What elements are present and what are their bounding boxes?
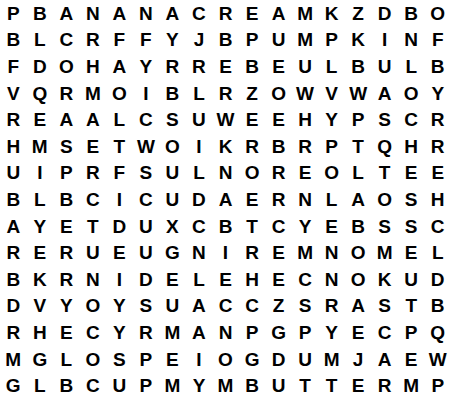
grid-cell[interactable]: M [318,346,345,373]
grid-cell[interactable]: Q [424,319,451,346]
grid-cell[interactable]: L [53,346,80,373]
grid-cell[interactable]: R [133,319,160,346]
grid-cell[interactable]: F [106,160,133,187]
grid-cell[interactable]: E [239,186,266,213]
grid-cell[interactable]: E [345,319,372,346]
grid-cell[interactable]: U [371,53,398,80]
grid-cell[interactable]: P [292,319,319,346]
grid-cell[interactable]: L [424,239,451,266]
grid-cell[interactable]: L [186,160,213,187]
grid-cell[interactable]: G [27,346,54,373]
grid-cell[interactable]: E [212,266,239,293]
grid-cell[interactable]: U [398,266,425,293]
grid-cell[interactable]: O [106,80,133,107]
grid-cell[interactable]: S [371,106,398,133]
grid-cell[interactable]: M [292,239,319,266]
grid-cell[interactable]: E [398,239,425,266]
grid-cell[interactable]: R [239,239,266,266]
grid-cell[interactable]: F [133,27,160,54]
grid-cell[interactable]: B [212,27,239,54]
grid-cell[interactable]: O [424,0,451,27]
grid-cell[interactable]: T [345,133,372,160]
grid-cell[interactable]: E [27,239,54,266]
grid-cell[interactable]: S [53,133,80,160]
word-search-grid: PBANANACREAMKZDBOBLCRFFYJBPUMPKINFFDOHAY… [0,0,451,399]
grid-cell[interactable]: P [318,27,345,54]
grid-cell[interactable]: T [106,133,133,160]
grid-cell[interactable]: U [133,239,160,266]
grid-cell[interactable]: N [398,27,425,54]
grid-cell[interactable]: E [80,133,107,160]
grid-cell[interactable]: D [265,346,292,373]
grid-cell[interactable]: A [53,0,80,27]
grid-cell[interactable]: B [27,0,54,27]
grid-cell[interactable]: E [345,372,372,399]
grid-cell[interactable]: O [371,186,398,213]
grid-cell[interactable]: A [371,80,398,107]
grid-cell[interactable]: S [106,346,133,373]
grid-cell[interactable]: S [398,213,425,240]
grid-cell[interactable]: M [292,27,319,54]
grid-cell[interactable]: O [212,346,239,373]
grid-cell[interactable]: I [212,239,239,266]
grid-cell[interactable]: D [424,266,451,293]
grid-cell[interactable]: E [265,239,292,266]
grid-cell[interactable]: K [345,27,372,54]
grid-cell[interactable]: N [318,266,345,293]
grid-cell[interactable]: H [398,133,425,160]
grid-cell[interactable]: P [0,0,27,27]
grid-cell[interactable]: R [53,239,80,266]
grid-cell[interactable]: I [27,160,54,187]
grid-cell[interactable]: R [292,133,319,160]
grid-cell[interactable]: B [239,372,266,399]
grid-cell[interactable]: M [371,239,398,266]
grid-cell[interactable]: Y [318,106,345,133]
grid-cell[interactable]: A [53,106,80,133]
grid-cell[interactable]: P [424,372,451,399]
grid-cell[interactable]: C [398,106,425,133]
grid-cell[interactable]: P [133,372,160,399]
grid-cell[interactable]: C [133,186,160,213]
grid-cell[interactable]: O [398,80,425,107]
grid-cell[interactable]: L [27,372,54,399]
grid-cell[interactable]: L [345,160,372,187]
grid-cell[interactable]: D [186,186,213,213]
grid-cell[interactable]: F [0,53,27,80]
grid-cell[interactable]: M [0,346,27,373]
grid-cell[interactable]: K [27,266,54,293]
grid-cell[interactable]: L [318,53,345,80]
grid-cell[interactable]: B [424,53,451,80]
grid-cell[interactable]: A [371,346,398,373]
grid-cell[interactable]: Z [239,80,266,107]
grid-cell[interactable]: Z [345,0,372,27]
grid-cell[interactable]: G [159,239,186,266]
grid-cell[interactable]: G [0,372,27,399]
grid-cell[interactable]: A [186,319,213,346]
grid-cell[interactable]: E [212,53,239,80]
grid-cell[interactable]: S [371,213,398,240]
grid-cell[interactable]: H [239,266,266,293]
grid-cell[interactable]: M [159,319,186,346]
grid-cell[interactable]: W [424,346,451,373]
grid-cell[interactable]: E [424,160,451,187]
grid-cell[interactable]: A [212,186,239,213]
grid-cell[interactable]: H [424,186,451,213]
grid-cell[interactable]: O [53,53,80,80]
grid-cell[interactable]: A [106,0,133,27]
grid-cell[interactable]: K [212,133,239,160]
grid-cell[interactable]: U [106,372,133,399]
grid-cell[interactable]: E [265,266,292,293]
grid-cell[interactable]: R [0,319,27,346]
grid-cell[interactable]: M [398,372,425,399]
grid-cell[interactable]: R [80,160,107,187]
grid-cell[interactable]: U [80,239,107,266]
grid-cell[interactable]: U [292,346,319,373]
grid-cell[interactable]: B [0,266,27,293]
grid-cell[interactable]: N [80,266,107,293]
grid-cell[interactable]: I [133,80,160,107]
grid-cell[interactable]: B [159,80,186,107]
grid-cell[interactable]: B [53,372,80,399]
grid-cell[interactable]: O [80,293,107,320]
grid-cell[interactable]: T [80,213,107,240]
grid-cell[interactable]: U [133,213,160,240]
grid-cell[interactable]: E [398,346,425,373]
grid-cell[interactable]: B [265,133,292,160]
grid-cell[interactable]: T [398,293,425,320]
grid-cell[interactable]: L [27,27,54,54]
grid-cell[interactable]: C [133,106,160,133]
grid-cell[interactable]: O [345,266,372,293]
grid-cell[interactable]: Y [27,213,54,240]
grid-cell[interactable]: P [53,160,80,187]
grid-cell[interactable]: C [371,319,398,346]
grid-cell[interactable]: Q [27,80,54,107]
grid-cell[interactable]: T [371,160,398,187]
grid-cell[interactable]: Y [53,293,80,320]
grid-cell[interactable]: O [80,346,107,373]
grid-cell[interactable]: F [424,27,451,54]
grid-cell[interactable]: A [345,186,372,213]
grid-cell[interactable]: M [159,372,186,399]
grid-cell[interactable]: Y [159,27,186,54]
grid-cell[interactable]: J [186,27,213,54]
grid-cell[interactable]: B [239,53,266,80]
grid-cell[interactable]: E [159,266,186,293]
grid-cell[interactable]: I [186,346,213,373]
grid-cell[interactable]: E [318,213,345,240]
grid-cell[interactable]: L [318,186,345,213]
grid-cell[interactable]: M [27,133,54,160]
grid-cell[interactable]: O [345,239,372,266]
grid-cell[interactable]: A [159,0,186,27]
grid-cell[interactable]: C [424,213,451,240]
grid-cell[interactable]: I [186,133,213,160]
grid-cell[interactable]: E [53,213,80,240]
grid-cell[interactable]: N [212,319,239,346]
grid-cell[interactable]: S [371,293,398,320]
grid-cell[interactable]: Z [265,293,292,320]
grid-cell[interactable]: N [133,0,160,27]
grid-cell[interactable]: N [80,0,107,27]
grid-cell[interactable]: V [318,80,345,107]
grid-cell[interactable]: L [106,106,133,133]
grid-cell[interactable]: T [292,372,319,399]
grid-cell[interactable]: A [345,293,372,320]
grid-cell[interactable]: K [371,266,398,293]
grid-cell[interactable]: C [80,186,107,213]
grid-cell[interactable]: D [0,293,27,320]
grid-cell[interactable]: R [186,53,213,80]
grid-cell[interactable]: I [106,186,133,213]
grid-cell[interactable]: C [239,293,266,320]
grid-cell[interactable]: B [53,186,80,213]
grid-cell[interactable]: C [186,0,213,27]
grid-cell[interactable]: E [265,53,292,80]
grid-cell[interactable]: U [159,186,186,213]
grid-cell[interactable]: C [292,266,319,293]
grid-cell[interactable]: R [239,133,266,160]
grid-cell[interactable]: S [159,106,186,133]
grid-cell[interactable]: C [80,372,107,399]
grid-cell[interactable]: R [0,239,27,266]
grid-cell[interactable]: O [159,133,186,160]
grid-cell[interactable]: U [265,372,292,399]
grid-cell[interactable]: B [398,0,425,27]
grid-cell[interactable]: B [424,293,451,320]
grid-cell[interactable]: G [239,346,266,373]
grid-cell[interactable]: A [265,0,292,27]
grid-cell[interactable]: H [0,133,27,160]
grid-cell[interactable]: P [318,133,345,160]
grid-cell[interactable]: E [398,160,425,187]
grid-cell[interactable]: V [27,293,54,320]
grid-cell[interactable]: U [265,27,292,54]
grid-cell[interactable]: P [398,319,425,346]
grid-cell[interactable]: M [292,0,319,27]
grid-cell[interactable]: O [239,160,266,187]
grid-cell[interactable]: B [0,27,27,54]
grid-cell[interactable]: A [106,53,133,80]
grid-cell[interactable]: P [133,346,160,373]
grid-cell[interactable]: B [345,53,372,80]
grid-cell[interactable]: A [80,106,107,133]
grid-cell[interactable]: R [53,266,80,293]
grid-cell[interactable]: Y [106,293,133,320]
grid-cell[interactable]: Y [186,372,213,399]
grid-cell[interactable]: D [133,266,160,293]
grid-cell[interactable]: D [27,53,54,80]
grid-cell[interactable]: R [212,0,239,27]
grid-cell[interactable]: H [292,106,319,133]
grid-cell[interactable]: U [159,293,186,320]
grid-cell[interactable]: R [265,186,292,213]
grid-cell[interactable]: C [53,27,80,54]
grid-cell[interactable]: R [80,27,107,54]
grid-cell[interactable]: Y [318,319,345,346]
grid-cell[interactable]: T [239,213,266,240]
grid-cell[interactable]: N [212,160,239,187]
grid-cell[interactable]: I [371,27,398,54]
grid-cell[interactable]: Y [292,213,319,240]
grid-cell[interactable]: R [53,80,80,107]
grid-cell[interactable]: C [80,319,107,346]
grid-cell[interactable]: C [212,293,239,320]
grid-cell[interactable]: E [292,160,319,187]
grid-cell[interactable]: X [159,213,186,240]
grid-cell[interactable]: O [265,80,292,107]
grid-cell[interactable]: L [186,266,213,293]
grid-cell[interactable]: J [345,346,372,373]
grid-cell[interactable]: P [345,106,372,133]
grid-cell[interactable]: R [0,106,27,133]
grid-cell[interactable]: N [292,186,319,213]
grid-cell[interactable]: W [212,106,239,133]
grid-cell[interactable]: M [212,372,239,399]
grid-cell[interactable]: L [27,186,54,213]
grid-cell[interactable]: W [292,80,319,107]
grid-cell[interactable]: D [371,0,398,27]
grid-cell[interactable]: U [186,106,213,133]
grid-cell[interactable]: E [106,239,133,266]
grid-cell[interactable]: P [239,27,266,54]
grid-cell[interactable]: M [80,80,107,107]
grid-cell[interactable]: S [292,293,319,320]
grid-cell[interactable]: E [159,346,186,373]
grid-cell[interactable]: C [265,213,292,240]
grid-cell[interactable]: E [265,106,292,133]
grid-cell[interactable]: A [0,213,27,240]
grid-cell[interactable]: W [345,80,372,107]
grid-cell[interactable]: R [424,133,451,160]
grid-cell[interactable]: Q [371,133,398,160]
grid-cell[interactable]: Y [106,319,133,346]
grid-cell[interactable]: Y [133,53,160,80]
grid-cell[interactable]: Y [424,80,451,107]
grid-cell[interactable]: H [27,319,54,346]
grid-cell[interactable]: D [106,213,133,240]
grid-cell[interactable]: U [292,53,319,80]
grid-cell[interactable]: G [265,319,292,346]
grid-cell[interactable]: L [398,53,425,80]
grid-cell[interactable]: R [371,372,398,399]
grid-cell[interactable]: C [186,213,213,240]
grid-cell[interactable]: O [318,160,345,187]
grid-cell[interactable]: R [159,53,186,80]
grid-cell[interactable]: E [239,106,266,133]
grid-cell[interactable]: N [318,239,345,266]
grid-cell[interactable]: R [424,106,451,133]
grid-cell[interactable]: L [186,80,213,107]
grid-cell[interactable]: R [318,293,345,320]
grid-cell[interactable]: K [318,0,345,27]
grid-cell[interactable]: S [398,186,425,213]
grid-cell[interactable]: H [80,53,107,80]
grid-cell[interactable]: E [27,106,54,133]
grid-cell[interactable]: U [159,160,186,187]
grid-cell[interactable]: P [239,319,266,346]
grid-cell[interactable]: R [212,80,239,107]
grid-cell[interactable]: B [0,186,27,213]
grid-cell[interactable]: B [345,213,372,240]
grid-cell[interactable]: N [186,239,213,266]
grid-cell[interactable]: F [106,27,133,54]
grid-cell[interactable]: E [239,0,266,27]
grid-cell[interactable]: U [0,160,27,187]
grid-cell[interactable]: A [186,293,213,320]
grid-cell[interactable]: S [133,293,160,320]
grid-cell[interactable]: I [106,266,133,293]
grid-cell[interactable]: T [318,372,345,399]
grid-cell[interactable]: V [0,80,27,107]
grid-cell[interactable]: W [133,133,160,160]
grid-cell[interactable]: S [133,160,160,187]
grid-cell[interactable]: R [265,160,292,187]
grid-cell[interactable]: B [212,213,239,240]
grid-cell[interactable]: E [53,319,80,346]
